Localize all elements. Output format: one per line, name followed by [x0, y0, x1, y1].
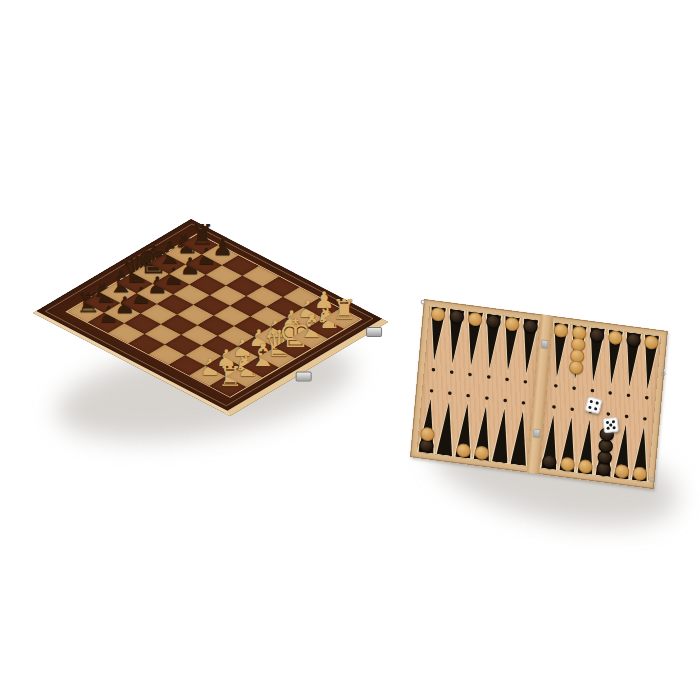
hinge-icon [533, 429, 540, 438]
latch-hook-icon [661, 371, 666, 376]
backgammon-board [410, 299, 668, 489]
latch-hook-icon [420, 300, 425, 305]
clasp-icon [366, 327, 382, 337]
die-pip [594, 407, 598, 411]
chess-piece-black-pawn: ♟ [212, 236, 233, 259]
point-dot [643, 417, 647, 421]
point-dot [590, 389, 594, 393]
point-dot [485, 396, 489, 400]
die-pip [612, 426, 615, 429]
product-photo-scene: ♜♞♝♛♚♝♞♜♟♟♟♟♟♟♟♟♟♟♟♟♟♟♟♟♜♞♝♛♚♝♞♜ [0, 0, 700, 700]
latch-hook-icon [649, 477, 654, 482]
hinge-icon [541, 340, 548, 349]
point-dot [487, 375, 491, 379]
die-2 [603, 417, 619, 433]
point-dot [431, 368, 435, 372]
point-dot [429, 389, 433, 393]
point-dot [645, 396, 649, 400]
clasp-icon [296, 372, 312, 382]
chess-piece-white-rook: ♜ [332, 296, 356, 323]
